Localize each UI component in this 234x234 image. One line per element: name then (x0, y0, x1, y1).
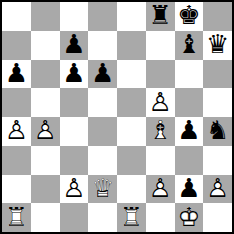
square-f1[interactable] (146, 203, 175, 232)
square-e7[interactable] (117, 31, 146, 60)
square-c1[interactable] (60, 203, 89, 232)
square-e4[interactable] (117, 117, 146, 146)
square-c6[interactable]: ♟ (60, 60, 89, 89)
square-c8[interactable] (60, 2, 89, 31)
piece-black-pawn: ♟ (2, 60, 31, 89)
black-piece-glyph: ♟ (62, 60, 85, 86)
square-f6[interactable] (146, 60, 175, 89)
piece-black-pawn: ♟ (88, 60, 117, 89)
square-a3[interactable] (2, 146, 31, 175)
square-d3[interactable] (88, 146, 117, 175)
square-b4[interactable]: ♟♙ (31, 117, 60, 146)
white-piece-outline: ♙ (62, 175, 85, 201)
black-piece-glyph: ♟ (91, 60, 114, 86)
square-d8[interactable] (88, 2, 117, 31)
square-c3[interactable] (60, 146, 89, 175)
piece-white-pawn: ♟♙ (31, 117, 60, 146)
piece-black-king: ♚ (175, 2, 204, 31)
white-piece-fill: ♟ (5, 117, 28, 143)
square-f7[interactable] (146, 31, 175, 60)
square-g3[interactable] (175, 146, 204, 175)
piece-white-rook: ♜♖ (117, 203, 146, 232)
white-piece-outline: ♙ (5, 117, 28, 143)
black-piece-glyph: ♛ (206, 31, 229, 57)
black-piece-glyph: ♟ (62, 31, 85, 57)
square-e6[interactable] (117, 60, 146, 89)
piece-black-pawn: ♟ (60, 60, 89, 89)
piece-white-queen: ♛♕ (88, 175, 117, 204)
square-e5[interactable] (117, 88, 146, 117)
piece-white-pawn: ♟♙ (2, 117, 31, 146)
square-a8[interactable] (2, 2, 31, 31)
square-e8[interactable] (117, 2, 146, 31)
square-d1[interactable] (88, 203, 117, 232)
square-b2[interactable] (31, 175, 60, 204)
white-piece-outline: ♕ (91, 175, 114, 201)
piece-white-pawn: ♟♙ (146, 175, 175, 204)
square-a6[interactable]: ♟ (2, 60, 31, 89)
white-piece-fill: ♟ (148, 89, 171, 115)
white-piece-fill: ♚ (177, 204, 200, 230)
square-e2[interactable] (117, 175, 146, 204)
square-f5[interactable]: ♟♙ (146, 88, 175, 117)
white-piece-outline: ♖ (5, 204, 28, 230)
piece-white-bishop: ♝♗ (146, 117, 175, 146)
piece-black-rook: ♜ (146, 2, 175, 31)
white-piece-outline: ♗ (148, 117, 171, 143)
piece-black-knight: ♞ (203, 117, 232, 146)
piece-black-queen: ♛ (203, 31, 232, 60)
square-h1[interactable] (203, 203, 232, 232)
square-h2[interactable]: ♟♙ (203, 175, 232, 204)
square-b3[interactable] (31, 146, 60, 175)
black-piece-glyph: ♚ (177, 2, 200, 28)
square-f4[interactable]: ♝♗ (146, 117, 175, 146)
square-f8[interactable]: ♜ (146, 2, 175, 31)
piece-white-king: ♚♔ (175, 203, 204, 232)
square-g5[interactable] (175, 88, 204, 117)
square-a2[interactable] (2, 175, 31, 204)
square-e3[interactable] (117, 146, 146, 175)
square-a4[interactable]: ♟♙ (2, 117, 31, 146)
black-piece-glyph: ♞ (206, 117, 229, 143)
square-h3[interactable] (203, 146, 232, 175)
square-c2[interactable]: ♟♙ (60, 175, 89, 204)
square-g2[interactable]: ♟ (175, 175, 204, 204)
black-piece-glyph: ♝ (177, 31, 200, 57)
square-f3[interactable] (146, 146, 175, 175)
piece-black-pawn: ♟ (175, 117, 204, 146)
white-piece-fill: ♟ (148, 175, 171, 201)
square-h6[interactable] (203, 60, 232, 89)
piece-black-bishop: ♝ (175, 31, 204, 60)
white-piece-fill: ♜ (5, 204, 28, 230)
chess-board: ♜♚♟♝♛♟♟♟♟♙♟♙♟♙♝♗♟♞♟♙♛♕♟♙♟♟♙♜♖♜♖♚♔ (0, 0, 234, 234)
white-piece-fill: ♛ (91, 175, 114, 201)
piece-white-pawn: ♟♙ (146, 88, 175, 117)
square-g7[interactable]: ♝ (175, 31, 204, 60)
square-g1[interactable]: ♚♔ (175, 203, 204, 232)
square-f2[interactable]: ♟♙ (146, 175, 175, 204)
square-d6[interactable]: ♟ (88, 60, 117, 89)
black-piece-glyph: ♟ (177, 117, 200, 143)
white-piece-outline: ♖ (120, 204, 143, 230)
black-piece-glyph: ♟ (5, 60, 28, 86)
square-d2[interactable]: ♛♕ (88, 175, 117, 204)
square-b5[interactable] (31, 88, 60, 117)
square-h5[interactable] (203, 88, 232, 117)
white-piece-outline: ♙ (148, 175, 171, 201)
white-piece-fill: ♟ (62, 175, 85, 201)
black-piece-glyph: ♟ (177, 175, 200, 201)
square-g8[interactable]: ♚ (175, 2, 204, 31)
white-piece-fill: ♟ (33, 117, 56, 143)
square-g6[interactable] (175, 60, 204, 89)
square-e1[interactable]: ♜♖ (117, 203, 146, 232)
square-d7[interactable] (88, 31, 117, 60)
square-c4[interactable] (60, 117, 89, 146)
piece-black-pawn: ♟ (60, 31, 89, 60)
square-b1[interactable] (31, 203, 60, 232)
white-piece-fill: ♝ (148, 117, 171, 143)
square-a7[interactable] (2, 31, 31, 60)
square-g4[interactable]: ♟ (175, 117, 204, 146)
piece-white-rook: ♜♖ (2, 203, 31, 232)
piece-white-pawn: ♟♙ (203, 175, 232, 204)
square-b8[interactable] (31, 2, 60, 31)
square-b6[interactable] (31, 60, 60, 89)
white-piece-fill: ♜ (120, 204, 143, 230)
square-h7[interactable]: ♛ (203, 31, 232, 60)
square-a1[interactable]: ♜♖ (2, 203, 31, 232)
square-d5[interactable] (88, 88, 117, 117)
piece-black-pawn: ♟ (175, 175, 204, 204)
square-c7[interactable]: ♟ (60, 31, 89, 60)
square-h4[interactable]: ♞ (203, 117, 232, 146)
white-piece-outline: ♙ (33, 117, 56, 143)
black-piece-glyph: ♜ (148, 2, 171, 28)
square-d4[interactable] (88, 117, 117, 146)
white-piece-fill: ♟ (206, 175, 229, 201)
piece-white-pawn: ♟♙ (60, 175, 89, 204)
square-h8[interactable] (203, 2, 232, 31)
white-piece-outline: ♙ (206, 175, 229, 201)
white-piece-outline: ♙ (148, 89, 171, 115)
white-piece-outline: ♔ (177, 204, 200, 230)
square-c5[interactable] (60, 88, 89, 117)
square-b7[interactable] (31, 31, 60, 60)
square-a5[interactable] (2, 88, 31, 117)
